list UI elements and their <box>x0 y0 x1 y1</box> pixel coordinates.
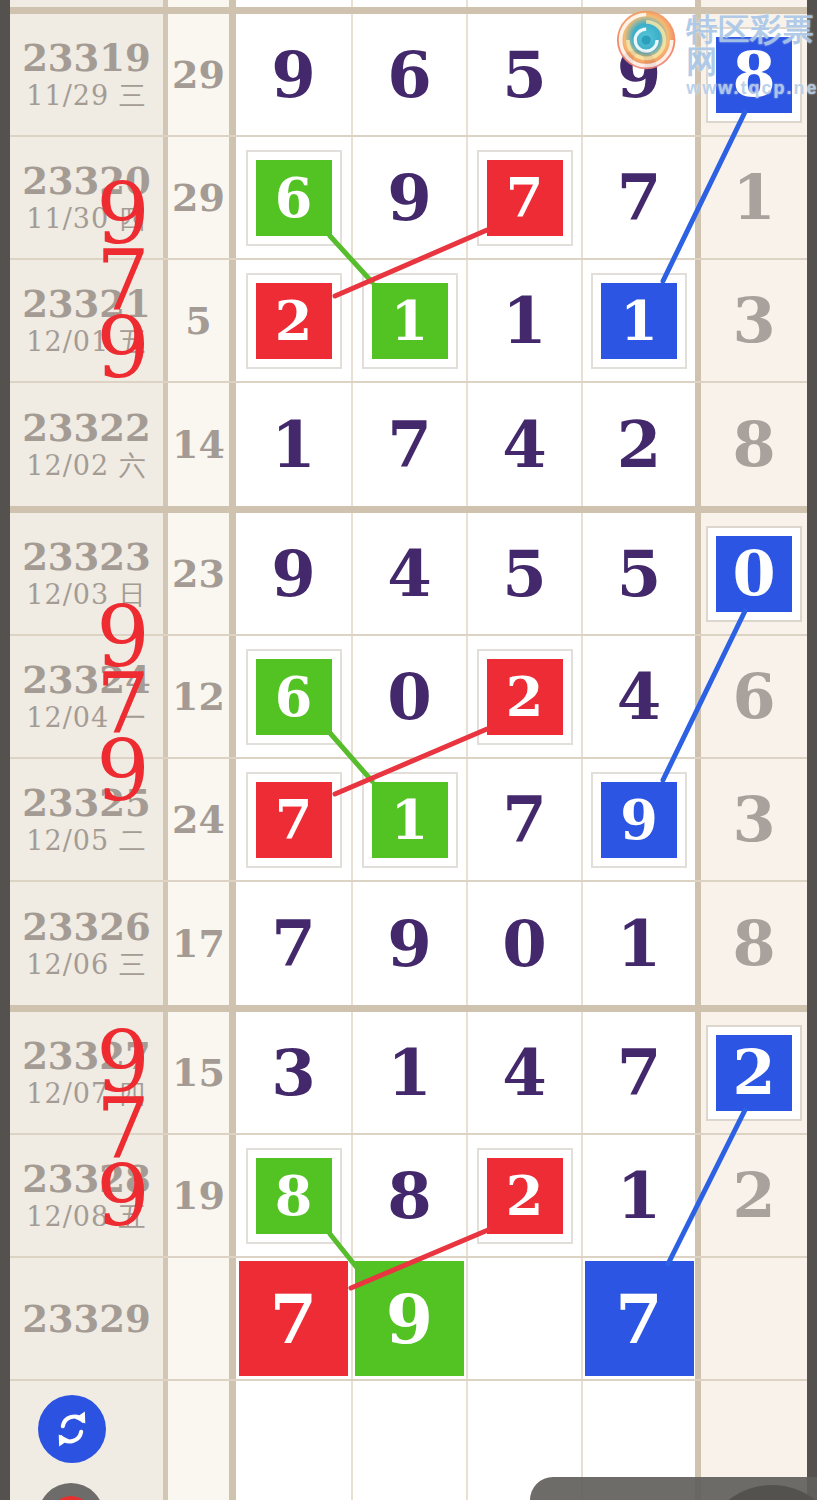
digit-cell: 1 <box>466 260 581 381</box>
digit: 7 <box>617 160 662 235</box>
digit-cell: 1 <box>581 260 701 381</box>
period-cell: 23322 12/02 六 <box>10 383 168 506</box>
tail-cell <box>701 1258 807 1379</box>
digit-cell: 1 <box>351 759 466 880</box>
handwritten-prediction-stack-2: 9 7 9 <box>94 604 152 805</box>
digit: 2 <box>617 407 662 482</box>
digit-cell: 1 <box>581 1135 701 1256</box>
highlight-box-green: 1 <box>364 774 456 866</box>
period-date: 12/05 二 <box>26 824 146 858</box>
digit-cell: 4 <box>466 383 581 506</box>
digit-cell: 1 <box>236 383 351 506</box>
handwritten-digit: 9 <box>94 738 152 805</box>
digit-cell: 2 <box>466 636 581 757</box>
toolbar-circle-button[interactable] <box>702 1485 817 1500</box>
sum-cell: 12 <box>168 636 236 757</box>
tail-cell: 3 <box>701 759 807 880</box>
sum-cell: 14 <box>168 383 236 506</box>
digit: 7 <box>502 782 547 857</box>
period-number: 23329 <box>22 1298 151 1340</box>
highlight-box-red: 2 <box>248 275 340 367</box>
digit: 1 <box>271 407 316 482</box>
digit-cell: 6 <box>236 137 351 258</box>
digit: 8 <box>732 907 775 980</box>
highlight-box-blue: 0 <box>708 528 800 620</box>
digit-cell: 8 <box>236 1135 351 1256</box>
period-number: 23319 <box>22 37 151 79</box>
site-logo-swirl-icon <box>616 6 678 76</box>
sum-cell: 19 <box>168 1135 236 1256</box>
digit: 4 <box>617 659 662 734</box>
site-watermark: 特区彩票网 www.tqcp.net <box>616 6 817 98</box>
sum-cell: 29 <box>168 14 236 135</box>
digit-cell: 9 <box>351 1258 466 1379</box>
sum-cell: 15 <box>168 1012 236 1133</box>
draw-row-23322: 23322 12/02 六 14 1 7 4 2 8 <box>10 383 807 506</box>
site-url: www.tqcp.net <box>686 78 817 98</box>
refresh-button[interactable] <box>38 1395 106 1463</box>
group-divider <box>10 506 807 513</box>
digit-cell: 7 <box>466 137 581 258</box>
sum-cell: 29 <box>168 137 236 258</box>
period-cell: 23319 11/29 三 <box>10 14 168 135</box>
digit: 4 <box>387 536 432 611</box>
bottom-toolbar-sheet[interactable] <box>530 1477 817 1500</box>
digit-cell: 2 <box>466 1135 581 1256</box>
digit: 6 <box>387 37 432 112</box>
period-number: 23322 <box>22 407 151 449</box>
tail-cell: 2 <box>701 1012 807 1133</box>
highlight-box-green: 1 <box>364 275 456 367</box>
lottery-trend-chart-page: 23319 11/29 三 29 9 6 5 9 8 23320 11/30 四… <box>0 0 817 1500</box>
digit: 1 <box>387 1035 432 1110</box>
tail-cell: 3 <box>701 260 807 381</box>
digit: 8 <box>732 408 775 481</box>
highlight-box-green: 6 <box>248 152 340 244</box>
highlight-box-blue: 9 <box>593 774 685 866</box>
highlight-box-blue: 1 <box>593 275 685 367</box>
period-cell: 23329 <box>10 1258 168 1379</box>
digit: 5 <box>502 536 547 611</box>
digit-cell: 7 <box>236 759 351 880</box>
period-number: 23323 <box>22 536 151 578</box>
digit: 3 <box>732 783 775 856</box>
digit-cell: 4 <box>581 636 701 757</box>
digit: 6 <box>732 660 775 733</box>
digit: 2 <box>732 1159 775 1232</box>
record-icon <box>51 1496 91 1500</box>
digit-cell: 1 <box>351 1012 466 1133</box>
tail-cell: 8 <box>701 882 807 1005</box>
sum-cell: 23 <box>168 513 236 634</box>
digit-cell: 8 <box>351 1135 466 1256</box>
digit-cell: 6 <box>236 636 351 757</box>
digit-cell: 9 <box>236 14 351 135</box>
digit-cell: 2 <box>581 383 701 506</box>
period-date: 12/02 六 <box>26 449 146 483</box>
digit-cell: 2 <box>236 260 351 381</box>
highlight-box-green: 8 <box>248 1150 340 1242</box>
tail-cell: 8 <box>701 383 807 506</box>
group-divider <box>10 1005 807 1012</box>
prediction-box-green: 9 <box>355 1261 464 1376</box>
tail-cell: 1 <box>701 137 807 258</box>
digit-cell: 1 <box>351 260 466 381</box>
tail-cell: 6 <box>701 636 807 757</box>
digit-cell: 0 <box>351 636 466 757</box>
period-number: 23326 <box>22 906 151 948</box>
digit: 0 <box>502 906 547 981</box>
digit: 7 <box>271 906 316 981</box>
digit: 9 <box>271 536 316 611</box>
digit-cell: 7 <box>581 137 701 258</box>
draw-row-23326: 23326 12/06 三 17 7 9 0 1 8 <box>10 882 807 1005</box>
digit: 1 <box>732 161 775 234</box>
prediction-box-blue: 7 <box>585 1261 694 1376</box>
digit-cell: 0 <box>466 882 581 1005</box>
refresh-icon <box>50 1407 94 1451</box>
digit-cell: 5 <box>466 513 581 634</box>
digit: 3 <box>732 284 775 357</box>
handwritten-prediction-stack-3: 9 7 9 <box>94 1029 152 1230</box>
digit-cell: 9 <box>581 759 701 880</box>
sum-cell: 5 <box>168 260 236 381</box>
digit: 9 <box>271 37 316 112</box>
period-cell: 23326 12/06 三 <box>10 882 168 1005</box>
digit-cell: 7 <box>236 882 351 1005</box>
highlight-box-green: 6 <box>248 651 340 743</box>
sum-cell: 17 <box>168 882 236 1005</box>
digit-cell: 9 <box>351 882 466 1005</box>
digit: 4 <box>502 1035 547 1110</box>
period-date: 11/29 三 <box>26 79 146 113</box>
digit: 5 <box>617 536 662 611</box>
sum-cell: 24 <box>168 759 236 880</box>
tail-cell: 2 <box>701 1135 807 1256</box>
highlight-box-red: 7 <box>248 774 340 866</box>
digit-cell: 6 <box>351 14 466 135</box>
digit-cell: 5 <box>581 513 701 634</box>
digit: 0 <box>387 659 432 734</box>
draw-row-23329-pending: 23329 7 9 7 <box>10 1258 807 1381</box>
period-date: 12/06 三 <box>26 948 146 982</box>
digit: 4 <box>502 407 547 482</box>
tail-cell: 0 <box>701 513 807 634</box>
site-name: 特区彩票网 <box>686 14 817 78</box>
digit: 1 <box>617 906 662 981</box>
digit-cell: 4 <box>466 1012 581 1133</box>
digit-cell: 3 <box>236 1012 351 1133</box>
handwritten-digit: 9 <box>94 315 152 382</box>
digit-cell: 4 <box>351 513 466 634</box>
digit: 5 <box>502 37 547 112</box>
digit: 1 <box>617 1158 662 1233</box>
digit: 7 <box>617 1035 662 1110</box>
digit-cell: 5 <box>466 14 581 135</box>
digit-cell: 7 <box>466 759 581 880</box>
highlight-box-blue: 2 <box>708 1027 800 1119</box>
digit-cell: 1 <box>581 882 701 1005</box>
digit-cell: 9 <box>351 137 466 258</box>
digit: 7 <box>387 407 432 482</box>
digit-cell: 7 <box>236 1258 351 1379</box>
digit-cell: 7 <box>581 1258 701 1379</box>
sum-cell <box>168 1258 236 1379</box>
digit: 1 <box>502 283 547 358</box>
handwritten-digit: 9 <box>94 1163 152 1230</box>
highlight-box-red: 2 <box>479 651 571 743</box>
digit-cell: 9 <box>236 513 351 634</box>
digit-cell: 7 <box>351 383 466 506</box>
prediction-box-red: 7 <box>239 1261 348 1376</box>
handwritten-prediction-stack-1: 9 7 9 <box>94 181 152 382</box>
digit: 8 <box>387 1158 432 1233</box>
highlight-box-red: 2 <box>479 1150 571 1242</box>
highlight-box-red: 7 <box>479 152 571 244</box>
digit-cell: 7 <box>581 1012 701 1133</box>
digit-cell <box>466 1258 581 1379</box>
digit: 9 <box>387 906 432 981</box>
digit: 3 <box>271 1035 316 1110</box>
digit: 9 <box>387 160 432 235</box>
